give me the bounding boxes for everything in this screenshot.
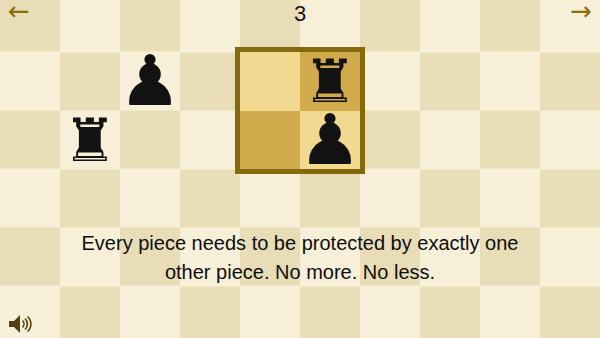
instruction-line-1: Every piece needs to be protected by exa… [0, 229, 600, 258]
level-number: 3 [0, 1, 600, 27]
speaker-icon [8, 322, 34, 337]
board-cell[interactable] [240, 52, 300, 111]
sound-toggle-button[interactable] [7, 314, 35, 334]
instruction-line-2: other piece. No more. No less. [0, 258, 600, 287]
black-rook[interactable]: ♜ [60, 111, 120, 170]
next-level-button[interactable]: → [566, 0, 596, 24]
board-cell[interactable] [240, 111, 300, 170]
black-pawn[interactable]: ♟ [120, 52, 180, 111]
black-pawn[interactable]: ♟ [300, 111, 360, 170]
instruction-text: Every piece needs to be protected by exa… [0, 229, 600, 287]
game-stage: ← 3 → ♟ ♜ ♜ ♟ Every piece needs to be pr… [0, 0, 600, 338]
